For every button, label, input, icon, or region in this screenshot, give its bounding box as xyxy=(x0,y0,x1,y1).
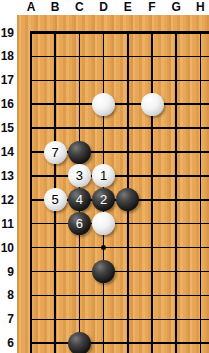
black-stone[interactable]: 6 xyxy=(68,212,91,235)
row-label: 19 xyxy=(0,25,14,41)
stone-move-number: 5 xyxy=(52,192,59,207)
column-label: H xyxy=(191,0,209,15)
stone-move-number: 7 xyxy=(52,145,59,160)
row-label: 16 xyxy=(0,96,14,112)
column-label: A xyxy=(22,0,40,15)
column-label: F xyxy=(143,0,161,15)
board-surface[interactable] xyxy=(17,15,209,353)
stone-move-number: 6 xyxy=(76,216,83,231)
row-label: 13 xyxy=(0,168,14,184)
row-label: 12 xyxy=(0,192,14,208)
stone-move-number: 2 xyxy=(100,192,107,207)
grid-line-horizontal xyxy=(30,271,209,273)
white-stone[interactable]: 5 xyxy=(44,188,67,211)
grid-line-horizontal xyxy=(30,295,209,297)
column-label: D xyxy=(95,0,113,15)
grid-line-horizontal xyxy=(30,56,209,58)
white-stone[interactable]: 7 xyxy=(44,141,67,164)
stone-move-number: 3 xyxy=(76,168,83,183)
grid-line-horizontal xyxy=(30,80,209,82)
stone-move-number: 1 xyxy=(100,168,107,183)
white-stone[interactable] xyxy=(141,93,164,116)
column-label: E xyxy=(119,0,137,15)
row-label: 10 xyxy=(0,240,14,256)
grid-line-horizontal xyxy=(30,127,209,129)
grid-line-horizontal xyxy=(30,223,209,225)
row-label: 11 xyxy=(0,216,14,232)
grid-line-horizontal xyxy=(30,342,209,344)
row-label: 6 xyxy=(0,335,14,351)
row-label: 14 xyxy=(0,144,14,160)
grid-line-horizontal xyxy=(30,247,209,249)
black-stone[interactable] xyxy=(92,260,115,283)
go-diagram: ABCDEFGH 191817161514131211109876 731542… xyxy=(0,0,209,353)
stone-move-number: 4 xyxy=(76,192,83,207)
column-label: G xyxy=(167,0,185,15)
row-label: 8 xyxy=(0,287,14,303)
grid-line-horizontal xyxy=(30,103,209,105)
row-label: 7 xyxy=(0,311,14,327)
grid-line-horizontal xyxy=(30,319,209,321)
row-label: 17 xyxy=(0,72,14,88)
column-label: B xyxy=(46,0,64,15)
black-stone[interactable] xyxy=(68,332,91,353)
row-label: 15 xyxy=(0,120,14,136)
black-stone[interactable] xyxy=(68,141,91,164)
row-label: 9 xyxy=(0,264,14,280)
column-label: C xyxy=(70,0,88,15)
white-stone[interactable] xyxy=(92,93,115,116)
grid-line-horizontal xyxy=(30,31,209,33)
row-label: 18 xyxy=(0,48,14,64)
grid-line-horizontal xyxy=(30,175,209,177)
